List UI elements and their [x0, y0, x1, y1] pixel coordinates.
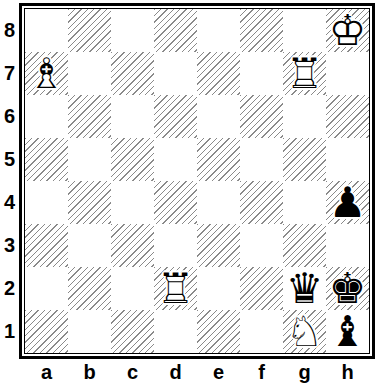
board-inner-border: ♚♔♝♗♜♖♟♜♖♛♚♞♘♝ [24, 8, 370, 354]
rank-labels: 87654321 [0, 9, 19, 353]
square-f3[interactable] [240, 224, 283, 267]
square-a5[interactable] [25, 138, 68, 181]
square-c5[interactable] [111, 138, 154, 181]
white-rook: ♜♖ [283, 52, 326, 95]
square-a3[interactable] [25, 224, 68, 267]
file-label-e: e [197, 359, 240, 385]
rank-label-1: 1 [0, 310, 19, 353]
square-d7[interactable] [154, 52, 197, 95]
square-f7[interactable] [240, 52, 283, 95]
square-g8[interactable] [283, 9, 326, 52]
square-e4[interactable] [197, 181, 240, 224]
chess-diagram: 87654321 ♚♔♝♗♜♖♟♜♖♛♚♞♘♝ abcdefgh [0, 0, 383, 388]
white-bishop: ♝♗ [25, 52, 68, 95]
black-king-glyph: ♚ [326, 267, 369, 310]
square-b3[interactable] [68, 224, 111, 267]
square-d5[interactable] [154, 138, 197, 181]
square-c1[interactable] [111, 310, 154, 353]
square-f8[interactable] [240, 9, 283, 52]
square-d3[interactable] [154, 224, 197, 267]
square-h6[interactable] [326, 95, 369, 138]
square-a7[interactable]: ♝♗ [25, 52, 68, 95]
file-label-d: d [154, 359, 197, 385]
square-a6[interactable] [25, 95, 68, 138]
square-e5[interactable] [197, 138, 240, 181]
white-king: ♚♔ [326, 9, 369, 52]
black-bishop: ♝ [326, 310, 369, 353]
white-rook-outline: ♖ [154, 267, 197, 310]
square-g7[interactable]: ♜♖ [283, 52, 326, 95]
white-knight: ♞♘ [283, 310, 326, 353]
rank-label-4: 4 [0, 181, 19, 224]
square-b1[interactable] [68, 310, 111, 353]
square-c7[interactable] [111, 52, 154, 95]
square-a2[interactable] [25, 267, 68, 310]
square-e8[interactable] [197, 9, 240, 52]
square-e2[interactable] [197, 267, 240, 310]
square-e6[interactable] [197, 95, 240, 138]
square-b2[interactable] [68, 267, 111, 310]
square-d6[interactable] [154, 95, 197, 138]
file-label-b: b [68, 359, 111, 385]
rank-label-3: 3 [0, 224, 19, 267]
square-h2[interactable]: ♚ [326, 267, 369, 310]
square-h4[interactable]: ♟ [326, 181, 369, 224]
white-knight-outline: ♘ [283, 310, 326, 353]
square-c6[interactable] [111, 95, 154, 138]
file-label-a: a [25, 359, 68, 385]
black-king: ♚ [326, 267, 369, 310]
square-f4[interactable] [240, 181, 283, 224]
square-h1[interactable]: ♝ [326, 310, 369, 353]
rank-label-5: 5 [0, 138, 19, 181]
file-label-f: f [240, 359, 283, 385]
file-labels: abcdefgh [25, 359, 369, 385]
white-rook-outline: ♖ [283, 52, 326, 95]
black-bishop-glyph: ♝ [326, 310, 369, 353]
file-labels-spacer [0, 359, 25, 385]
file-label-h: h [326, 359, 369, 385]
square-h7[interactable] [326, 52, 369, 95]
square-d4[interactable] [154, 181, 197, 224]
rank-label-8: 8 [0, 9, 19, 52]
square-c4[interactable] [111, 181, 154, 224]
square-g4[interactable] [283, 181, 326, 224]
board-frame: ♚♔♝♗♜♖♟♜♖♛♚♞♘♝ [19, 3, 375, 359]
square-g2[interactable]: ♛ [283, 267, 326, 310]
square-e3[interactable] [197, 224, 240, 267]
square-f5[interactable] [240, 138, 283, 181]
square-e1[interactable] [197, 310, 240, 353]
square-d1[interactable] [154, 310, 197, 353]
file-label-g: g [283, 359, 326, 385]
white-bishop-outline: ♗ [25, 52, 68, 95]
rank-label-6: 6 [0, 95, 19, 138]
square-a1[interactable] [25, 310, 68, 353]
black-pawn: ♟ [326, 181, 369, 224]
chess-board: ♚♔♝♗♜♖♟♜♖♛♚♞♘♝ [25, 9, 369, 353]
board-area: 87654321 ♚♔♝♗♜♖♟♜♖♛♚♞♘♝ [0, 0, 383, 359]
square-f1[interactable] [240, 310, 283, 353]
white-rook: ♜♖ [154, 267, 197, 310]
square-a8[interactable] [25, 9, 68, 52]
black-pawn-glyph: ♟ [326, 181, 369, 224]
square-b4[interactable] [68, 181, 111, 224]
square-f2[interactable] [240, 267, 283, 310]
black-queen: ♛ [283, 267, 326, 310]
square-d8[interactable] [154, 9, 197, 52]
square-g3[interactable] [283, 224, 326, 267]
square-g1[interactable]: ♞♘ [283, 310, 326, 353]
square-d2[interactable]: ♜♖ [154, 267, 197, 310]
square-c8[interactable] [111, 9, 154, 52]
rank-label-2: 2 [0, 267, 19, 310]
rank-label-7: 7 [0, 52, 19, 95]
square-f6[interactable] [240, 95, 283, 138]
square-b7[interactable] [68, 52, 111, 95]
black-queen-glyph: ♛ [283, 267, 326, 310]
square-c2[interactable] [111, 267, 154, 310]
file-labels-row: abcdefgh [0, 359, 383, 385]
square-g6[interactable] [283, 95, 326, 138]
white-king-outline: ♔ [326, 9, 369, 52]
square-a4[interactable] [25, 181, 68, 224]
square-b5[interactable] [68, 138, 111, 181]
square-h8[interactable]: ♚♔ [326, 9, 369, 52]
square-b6[interactable] [68, 95, 111, 138]
square-h3[interactable] [326, 224, 369, 267]
square-h5[interactable] [326, 138, 369, 181]
square-b8[interactable] [68, 9, 111, 52]
file-label-c: c [111, 359, 154, 385]
square-g5[interactable] [283, 138, 326, 181]
square-e7[interactable] [197, 52, 240, 95]
square-c3[interactable] [111, 224, 154, 267]
